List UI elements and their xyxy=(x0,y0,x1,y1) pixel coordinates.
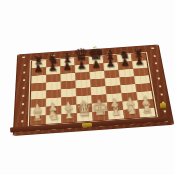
black-pawn[interactable]: ♟ xyxy=(91,59,101,70)
white-bishop[interactable]: ♝ xyxy=(108,102,122,117)
white-king[interactable]: ♚ xyxy=(90,99,108,119)
frame-corner-rosette xyxy=(21,56,24,58)
black-pawn[interactable]: ♟ xyxy=(76,60,86,71)
square-e7[interactable]: ♟ xyxy=(88,63,103,71)
frame-ornament xyxy=(21,111,23,114)
square-h1[interactable]: ♜ xyxy=(138,108,155,118)
frame-ornament xyxy=(22,87,24,89)
frame-ornament xyxy=(23,64,25,66)
frame-ornament xyxy=(157,77,160,79)
square-c1[interactable]: ♝ xyxy=(61,113,77,123)
frame-ornament xyxy=(23,71,25,73)
black-pawn[interactable]: ♟ xyxy=(47,62,57,73)
white-bishop[interactable]: ♝ xyxy=(61,106,75,121)
frame-ornament xyxy=(159,85,162,87)
brass-clasp-icon xyxy=(160,103,166,108)
white-knight[interactable]: ♞ xyxy=(46,108,59,122)
frame-ornament xyxy=(153,55,155,57)
square-f1[interactable]: ♝ xyxy=(107,110,123,120)
frame-ornament xyxy=(22,79,24,81)
scene: ♜♞♝♛♚♝♞♜♟♟♟♟♟♟♟♟♟♟♟♟♟♟♟♟♜♞♝♛♚♝♞♜ xyxy=(0,0,175,175)
frame-ornament xyxy=(154,62,156,64)
black-pawn[interactable]: ♟ xyxy=(33,63,43,74)
white-rook[interactable]: ♜ xyxy=(141,102,153,115)
product-photo: ♜♞♝♛♚♝♞♜♟♟♟♟♟♟♟♟♟♟♟♟♟♟♟♟♜♞♝♛♚♝♞♜ xyxy=(0,0,175,175)
frame-ornament xyxy=(22,95,24,97)
frame-ornament xyxy=(21,120,23,123)
square-e1[interactable]: ♚ xyxy=(92,111,108,121)
square-a1[interactable]: ♜ xyxy=(30,115,46,125)
frame-ornament xyxy=(21,103,23,106)
board-squares: ♜♞♝♛♚♝♞♜♟♟♟♟♟♟♟♟♟♟♟♟♟♟♟♟♜♞♝♛♚♝♞♜ xyxy=(30,53,156,125)
frame-ornament xyxy=(160,93,163,95)
frame-ornament xyxy=(156,70,158,72)
frame-corner-rosette xyxy=(151,47,154,49)
black-pawn[interactable]: ♟ xyxy=(120,57,130,68)
white-rook[interactable]: ♜ xyxy=(31,110,43,123)
square-d1[interactable]: ♛ xyxy=(76,112,92,122)
square-g1[interactable]: ♞ xyxy=(123,109,140,119)
black-pawn[interactable]: ♟ xyxy=(134,56,144,67)
black-pawn[interactable]: ♟ xyxy=(105,58,115,69)
square-b1[interactable]: ♞ xyxy=(45,114,61,124)
white-queen[interactable]: ♛ xyxy=(75,101,92,120)
black-pawn[interactable]: ♟ xyxy=(62,61,72,72)
brass-hinge-icon xyxy=(82,123,92,128)
frame-ornament xyxy=(163,110,166,113)
white-knight[interactable]: ♞ xyxy=(124,102,137,116)
